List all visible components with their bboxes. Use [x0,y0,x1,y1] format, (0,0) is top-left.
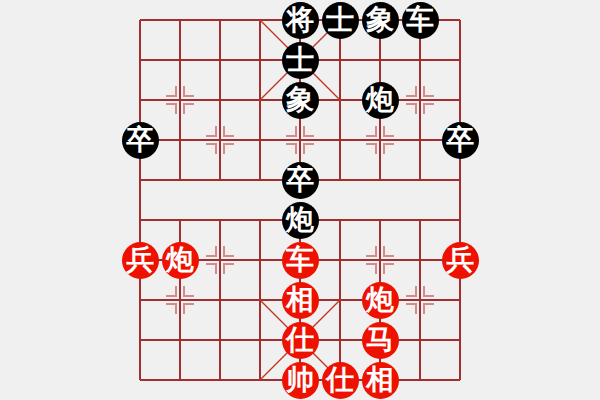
piece-black-chariot[interactable]: 车 [402,2,439,39]
piece-red-elephant[interactable]: 相 [362,362,399,399]
piece-red-cannon[interactable]: 炮 [162,242,199,279]
piece-black-advisor[interactable]: 士 [322,2,359,39]
xiangqi-app: 将士象车士象炮卒卒卒炮兵炮车兵相炮仕马帅仕相 [0,0,600,400]
piece-black-elephant[interactable]: 象 [282,82,319,119]
piece-red-advisor[interactable]: 仕 [282,322,319,359]
piece-layer: 将士象车士象炮卒卒卒炮兵炮车兵相炮仕马帅仕相 [0,0,600,400]
piece-black-soldier[interactable]: 卒 [122,122,159,159]
piece-black-soldier[interactable]: 卒 [282,162,319,199]
piece-red-general[interactable]: 帅 [282,362,319,399]
piece-red-soldier[interactable]: 兵 [122,242,159,279]
piece-red-chariot[interactable]: 车 [282,242,319,279]
piece-red-soldier[interactable]: 兵 [442,242,479,279]
piece-black-cannon[interactable]: 炮 [282,202,319,239]
piece-black-cannon[interactable]: 炮 [362,82,399,119]
piece-black-general[interactable]: 将 [282,2,319,39]
piece-black-soldier[interactable]: 卒 [442,122,479,159]
piece-black-advisor[interactable]: 士 [282,42,319,79]
piece-red-elephant[interactable]: 相 [282,282,319,319]
piece-red-cannon[interactable]: 炮 [362,282,399,319]
piece-red-horse[interactable]: 马 [362,322,399,359]
piece-red-advisor[interactable]: 仕 [322,362,359,399]
piece-black-elephant[interactable]: 象 [362,2,399,39]
